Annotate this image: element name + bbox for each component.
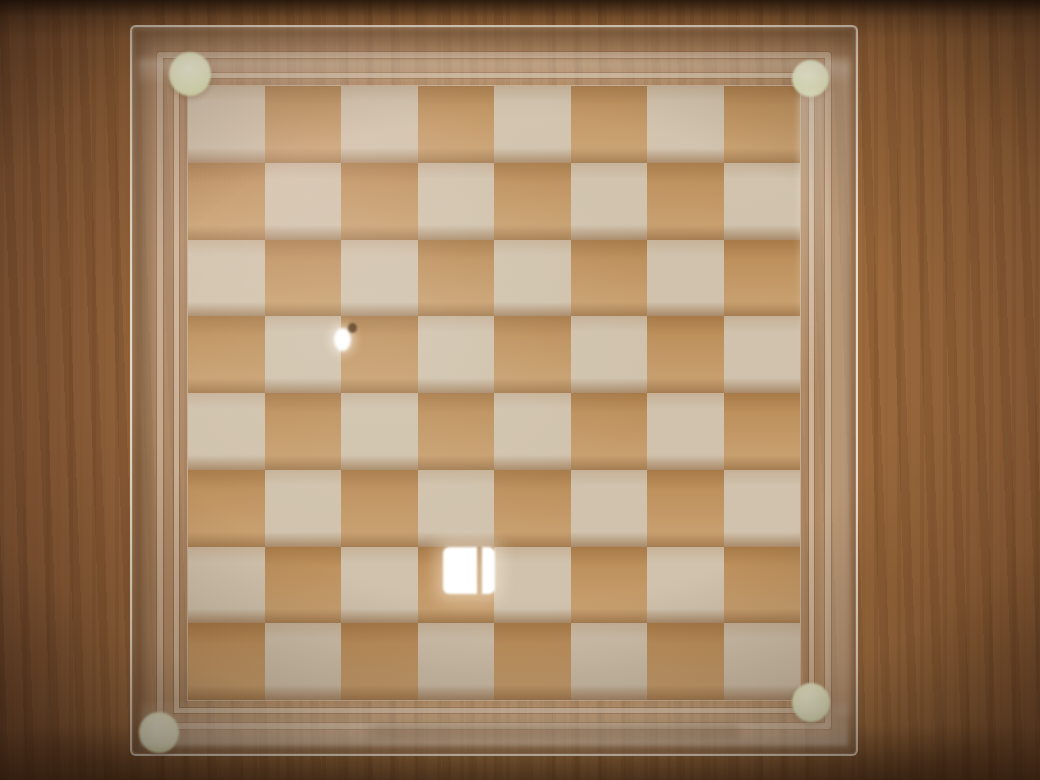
square-a4[interactable] bbox=[188, 393, 265, 470]
glass-sheen-right bbox=[816, 65, 850, 716]
glass-sheen-top bbox=[138, 59, 850, 85]
glass-chessboard bbox=[130, 25, 858, 756]
square-g5[interactable] bbox=[647, 316, 724, 393]
square-g4[interactable] bbox=[647, 393, 724, 470]
square-f4[interactable] bbox=[571, 393, 648, 470]
square-h3[interactable] bbox=[724, 470, 801, 547]
glass-bevel-left-shadow bbox=[135, 33, 157, 748]
square-c4[interactable] bbox=[341, 393, 418, 470]
square-e5[interactable] bbox=[494, 316, 571, 393]
square-c3[interactable] bbox=[341, 470, 418, 547]
square-b6[interactable] bbox=[265, 240, 342, 317]
square-d1[interactable] bbox=[418, 623, 495, 700]
square-g6[interactable] bbox=[647, 240, 724, 317]
bottom-margin-shadow-smudge bbox=[370, 725, 740, 740]
square-f5[interactable] bbox=[571, 316, 648, 393]
square-b8[interactable] bbox=[265, 86, 342, 163]
square-a2[interactable] bbox=[188, 547, 265, 624]
chessboard-grid bbox=[188, 86, 800, 700]
square-a6[interactable] bbox=[188, 240, 265, 317]
square-c2[interactable] bbox=[341, 547, 418, 624]
square-b3[interactable] bbox=[265, 470, 342, 547]
foot-reflection-streak bbox=[798, 91, 824, 391]
square-d6[interactable] bbox=[418, 240, 495, 317]
square-a8[interactable] bbox=[188, 86, 265, 163]
square-c6[interactable] bbox=[341, 240, 418, 317]
square-d5[interactable] bbox=[418, 316, 495, 393]
square-f7[interactable] bbox=[571, 163, 648, 240]
corner-foot-top-right bbox=[792, 60, 829, 97]
square-h6[interactable] bbox=[724, 240, 801, 317]
square-h2[interactable] bbox=[724, 547, 801, 624]
square-e1[interactable] bbox=[494, 623, 571, 700]
debris-speck bbox=[348, 323, 357, 333]
square-g3[interactable] bbox=[647, 470, 724, 547]
square-d8[interactable] bbox=[418, 86, 495, 163]
square-d3[interactable] bbox=[418, 470, 495, 547]
square-e8[interactable] bbox=[494, 86, 571, 163]
square-a5[interactable] bbox=[188, 316, 265, 393]
square-h5[interactable] bbox=[724, 316, 801, 393]
square-h7[interactable] bbox=[724, 163, 801, 240]
corner-foot-bottom-right bbox=[792, 683, 830, 722]
window-light-reflection bbox=[443, 547, 495, 594]
wood-table bbox=[0, 0, 1040, 780]
square-b1[interactable] bbox=[265, 623, 342, 700]
square-f8[interactable] bbox=[571, 86, 648, 163]
square-c1[interactable] bbox=[341, 623, 418, 700]
square-f3[interactable] bbox=[571, 470, 648, 547]
square-b2[interactable] bbox=[265, 547, 342, 624]
square-c8[interactable] bbox=[341, 86, 418, 163]
corner-foot-top-left bbox=[169, 52, 211, 96]
square-e2[interactable] bbox=[494, 547, 571, 624]
square-f1[interactable] bbox=[571, 623, 648, 700]
square-g2[interactable] bbox=[647, 547, 724, 624]
square-g1[interactable] bbox=[647, 623, 724, 700]
square-b5[interactable] bbox=[265, 316, 342, 393]
glass-bevel-top-shadow bbox=[135, 30, 853, 60]
square-e4[interactable] bbox=[494, 393, 571, 470]
square-g7[interactable] bbox=[647, 163, 724, 240]
square-f2[interactable] bbox=[571, 547, 648, 624]
square-b4[interactable] bbox=[265, 393, 342, 470]
square-b7[interactable] bbox=[265, 163, 342, 240]
corner-foot-bottom-left bbox=[139, 712, 179, 753]
glass-sheen-bottom bbox=[140, 702, 848, 746]
square-d7[interactable] bbox=[418, 163, 495, 240]
square-c7[interactable] bbox=[341, 163, 418, 240]
square-h1[interactable] bbox=[724, 623, 801, 700]
square-e3[interactable] bbox=[494, 470, 571, 547]
square-h4[interactable] bbox=[724, 393, 801, 470]
square-a1[interactable] bbox=[188, 623, 265, 700]
square-f6[interactable] bbox=[571, 240, 648, 317]
square-a3[interactable] bbox=[188, 470, 265, 547]
square-d4[interactable] bbox=[418, 393, 495, 470]
square-e7[interactable] bbox=[494, 163, 571, 240]
square-e6[interactable] bbox=[494, 240, 571, 317]
square-h8[interactable] bbox=[724, 86, 801, 163]
square-g8[interactable] bbox=[647, 86, 724, 163]
square-a7[interactable] bbox=[188, 163, 265, 240]
